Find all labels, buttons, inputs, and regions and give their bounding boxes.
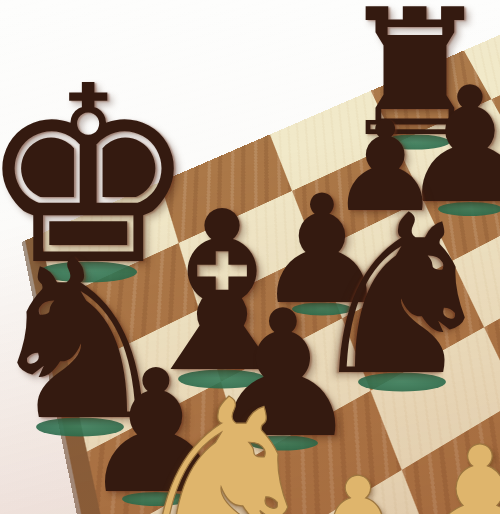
chess-photo-stage: ♜♟♟♚♟♝♞♞♟♟♟♞♟ — [0, 0, 500, 514]
piece-white-pawn-b3[interactable]: ♟ — [286, 457, 429, 514]
